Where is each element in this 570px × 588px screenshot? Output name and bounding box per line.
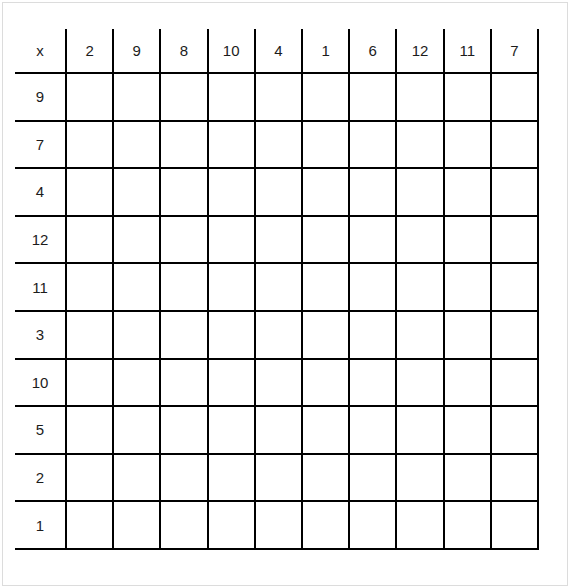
answer-cell[interactable] bbox=[445, 217, 492, 265]
answer-cell[interactable] bbox=[209, 502, 256, 550]
answer-cell[interactable] bbox=[256, 264, 303, 312]
answer-cell[interactable] bbox=[161, 169, 208, 217]
answer-cell[interactable] bbox=[161, 407, 208, 455]
answer-cell[interactable] bbox=[67, 407, 114, 455]
answer-cell[interactable] bbox=[161, 502, 208, 550]
row-header: 4 bbox=[15, 169, 67, 217]
answer-cell[interactable] bbox=[397, 74, 444, 122]
answer-cell[interactable] bbox=[397, 312, 444, 360]
answer-cell[interactable] bbox=[445, 407, 492, 455]
answer-cell[interactable] bbox=[67, 502, 114, 550]
answer-cell[interactable] bbox=[114, 264, 161, 312]
answer-cell[interactable] bbox=[161, 360, 208, 408]
row-header: 12 bbox=[15, 217, 67, 265]
answer-cell[interactable] bbox=[445, 74, 492, 122]
answer-cell[interactable] bbox=[492, 502, 539, 550]
answer-cell[interactable] bbox=[256, 360, 303, 408]
answer-cell[interactable] bbox=[492, 217, 539, 265]
answer-cell[interactable] bbox=[161, 217, 208, 265]
answer-cell[interactable] bbox=[350, 407, 397, 455]
answer-cell[interactable] bbox=[445, 264, 492, 312]
answer-cell[interactable] bbox=[114, 122, 161, 170]
answer-cell[interactable] bbox=[492, 312, 539, 360]
answer-cell[interactable] bbox=[256, 74, 303, 122]
answer-cell[interactable] bbox=[350, 360, 397, 408]
answer-cell[interactable] bbox=[445, 122, 492, 170]
answer-cell[interactable] bbox=[350, 502, 397, 550]
column-header: 9 bbox=[114, 29, 161, 74]
answer-cell[interactable] bbox=[67, 455, 114, 503]
multiplication-grid: x29810416121179741211310521 bbox=[15, 29, 539, 550]
answer-cell[interactable] bbox=[67, 122, 114, 170]
column-header: 6 bbox=[350, 29, 397, 74]
answer-cell[interactable] bbox=[256, 455, 303, 503]
column-header: 12 bbox=[397, 29, 444, 74]
answer-cell[interactable] bbox=[209, 264, 256, 312]
answer-cell[interactable] bbox=[114, 407, 161, 455]
answer-cell[interactable] bbox=[397, 502, 444, 550]
answer-cell[interactable] bbox=[350, 217, 397, 265]
answer-cell[interactable] bbox=[492, 360, 539, 408]
answer-cell[interactable] bbox=[209, 312, 256, 360]
answer-cell[interactable] bbox=[303, 122, 350, 170]
column-header: 11 bbox=[445, 29, 492, 74]
answer-cell[interactable] bbox=[161, 122, 208, 170]
row-header: 3 bbox=[15, 312, 67, 360]
answer-cell[interactable] bbox=[445, 502, 492, 550]
answer-cell[interactable] bbox=[161, 455, 208, 503]
answer-cell[interactable] bbox=[350, 169, 397, 217]
row-header: 11 bbox=[15, 264, 67, 312]
answer-cell[interactable] bbox=[445, 312, 492, 360]
answer-cell[interactable] bbox=[256, 407, 303, 455]
answer-cell[interactable] bbox=[397, 264, 444, 312]
answer-cell[interactable] bbox=[256, 169, 303, 217]
answer-cell[interactable] bbox=[114, 217, 161, 265]
row-header: 1 bbox=[15, 502, 67, 550]
answer-cell[interactable] bbox=[397, 169, 444, 217]
column-header: 4 bbox=[256, 29, 303, 74]
answer-cell[interactable] bbox=[256, 122, 303, 170]
answer-cell[interactable] bbox=[209, 455, 256, 503]
answer-cell[interactable] bbox=[492, 74, 539, 122]
answer-cell[interactable] bbox=[114, 502, 161, 550]
answer-cell[interactable] bbox=[114, 74, 161, 122]
answer-cell[interactable] bbox=[350, 122, 397, 170]
answer-cell[interactable] bbox=[209, 217, 256, 265]
answer-cell[interactable] bbox=[445, 455, 492, 503]
column-header: 2 bbox=[67, 29, 114, 74]
answer-cell[interactable] bbox=[209, 169, 256, 217]
answer-cell[interactable] bbox=[350, 455, 397, 503]
answer-cell[interactable] bbox=[492, 455, 539, 503]
answer-cell[interactable] bbox=[397, 217, 444, 265]
answer-cell[interactable] bbox=[303, 74, 350, 122]
answer-cell[interactable] bbox=[492, 122, 539, 170]
column-header: 10 bbox=[209, 29, 256, 74]
answer-cell[interactable] bbox=[209, 122, 256, 170]
answer-cell[interactable] bbox=[67, 74, 114, 122]
answer-cell[interactable] bbox=[303, 169, 350, 217]
answer-cell[interactable] bbox=[303, 455, 350, 503]
answer-cell[interactable] bbox=[161, 312, 208, 360]
row-header: 2 bbox=[15, 455, 67, 503]
answer-cell[interactable] bbox=[303, 217, 350, 265]
answer-cell[interactable] bbox=[303, 264, 350, 312]
worksheet-page: x29810416121179741211310521 bbox=[0, 0, 570, 588]
column-header: 8 bbox=[161, 29, 208, 74]
answer-cell[interactable] bbox=[209, 407, 256, 455]
answer-cell[interactable] bbox=[67, 264, 114, 312]
answer-cell[interactable] bbox=[303, 502, 350, 550]
answer-cell[interactable] bbox=[445, 360, 492, 408]
answer-cell[interactable] bbox=[67, 169, 114, 217]
answer-cell[interactable] bbox=[397, 407, 444, 455]
answer-cell[interactable] bbox=[114, 169, 161, 217]
row-header: 10 bbox=[15, 360, 67, 408]
operator-cell: x bbox=[15, 29, 67, 74]
answer-cell[interactable] bbox=[209, 360, 256, 408]
answer-cell[interactable] bbox=[303, 360, 350, 408]
answer-cell[interactable] bbox=[492, 169, 539, 217]
answer-cell[interactable] bbox=[397, 455, 444, 503]
answer-cell[interactable] bbox=[350, 264, 397, 312]
answer-cell[interactable] bbox=[397, 122, 444, 170]
column-header: 7 bbox=[492, 29, 539, 74]
answer-cell[interactable] bbox=[256, 217, 303, 265]
answer-cell[interactable] bbox=[350, 74, 397, 122]
answer-cell[interactable] bbox=[492, 407, 539, 455]
answer-cell[interactable] bbox=[67, 217, 114, 265]
answer-cell[interactable] bbox=[492, 264, 539, 312]
answer-cell[interactable] bbox=[114, 455, 161, 503]
answer-cell[interactable] bbox=[67, 312, 114, 360]
row-header: 7 bbox=[15, 122, 67, 170]
answer-cell[interactable] bbox=[256, 502, 303, 550]
answer-cell[interactable] bbox=[303, 407, 350, 455]
answer-cell[interactable] bbox=[114, 312, 161, 360]
answer-cell[interactable] bbox=[114, 360, 161, 408]
answer-cell[interactable] bbox=[397, 360, 444, 408]
answer-cell[interactable] bbox=[303, 312, 350, 360]
answer-cell[interactable] bbox=[350, 312, 397, 360]
answer-cell[interactable] bbox=[256, 312, 303, 360]
row-header: 5 bbox=[15, 407, 67, 455]
answer-cell[interactable] bbox=[445, 169, 492, 217]
answer-cell[interactable] bbox=[67, 360, 114, 408]
answer-cell[interactable] bbox=[161, 264, 208, 312]
column-header: 1 bbox=[303, 29, 350, 74]
row-header: 9 bbox=[15, 74, 67, 122]
answer-cell[interactable] bbox=[209, 74, 256, 122]
answer-cell[interactable] bbox=[161, 74, 208, 122]
